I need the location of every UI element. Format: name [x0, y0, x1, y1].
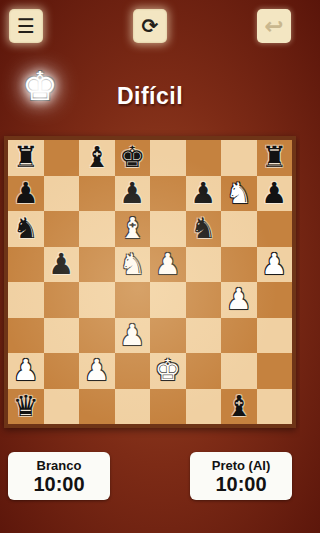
piece-black-bishop[interactable]: ♝	[84, 143, 110, 172]
square-a4[interactable]	[8, 282, 44, 318]
refresh-icon: ⟳	[142, 16, 159, 36]
piece-black-pawn[interactable]: ♟	[190, 179, 216, 208]
square-c3[interactable]	[79, 318, 115, 354]
square-e6[interactable]	[150, 211, 186, 247]
square-a8[interactable]: ♜	[8, 140, 44, 176]
square-f2[interactable]	[186, 353, 222, 389]
piece-black-rook[interactable]: ♜	[261, 143, 287, 172]
square-d2[interactable]	[115, 353, 151, 389]
square-d7[interactable]: ♟	[115, 176, 151, 212]
square-e8[interactable]	[150, 140, 186, 176]
square-f4[interactable]	[186, 282, 222, 318]
square-b7[interactable]	[44, 176, 80, 212]
square-a7[interactable]: ♟	[8, 176, 44, 212]
undo-button[interactable]: ↩	[257, 9, 291, 43]
square-e4[interactable]	[150, 282, 186, 318]
piece-black-queen[interactable]: ♛	[13, 392, 39, 421]
piece-white-king[interactable]: ♚	[155, 356, 181, 385]
square-g3[interactable]	[221, 318, 257, 354]
square-d4[interactable]	[115, 282, 151, 318]
square-h8[interactable]: ♜	[257, 140, 293, 176]
square-e3[interactable]	[150, 318, 186, 354]
piece-black-knight[interactable]: ♞	[190, 214, 216, 243]
square-b2[interactable]	[44, 353, 80, 389]
square-a2[interactable]: ♟	[8, 353, 44, 389]
square-b1[interactable]	[44, 389, 80, 425]
square-b3[interactable]	[44, 318, 80, 354]
menu-icon: ☰	[17, 16, 35, 36]
square-c1[interactable]	[79, 389, 115, 425]
square-a6[interactable]: ♞	[8, 211, 44, 247]
square-h5[interactable]: ♟	[257, 247, 293, 283]
restart-button[interactable]: ⟳	[133, 9, 167, 43]
chess-board: ♜♝♚♜♟♟♟♞♟♞♝♞♟♞♟♟♟♟♟♟♚♛♝	[8, 140, 292, 424]
square-h7[interactable]: ♟	[257, 176, 293, 212]
square-h6[interactable]	[257, 211, 293, 247]
square-b4[interactable]	[44, 282, 80, 318]
square-g4[interactable]: ♟	[221, 282, 257, 318]
square-g8[interactable]	[221, 140, 257, 176]
square-a3[interactable]	[8, 318, 44, 354]
piece-white-pawn[interactable]: ♟	[119, 321, 145, 350]
square-e1[interactable]	[150, 389, 186, 425]
piece-black-king[interactable]: ♚	[119, 143, 145, 172]
black-clock-label: Preto (AI)	[212, 458, 271, 473]
square-e5[interactable]: ♟	[150, 247, 186, 283]
square-d5[interactable]: ♞	[115, 247, 151, 283]
piece-white-pawn[interactable]: ♟	[84, 356, 110, 385]
piece-white-knight[interactable]: ♞	[226, 179, 252, 208]
piece-white-pawn[interactable]: ♟	[226, 285, 252, 314]
square-c7[interactable]	[79, 176, 115, 212]
piece-black-pawn[interactable]: ♟	[13, 179, 39, 208]
square-g6[interactable]	[221, 211, 257, 247]
square-a1[interactable]: ♛	[8, 389, 44, 425]
square-g2[interactable]	[221, 353, 257, 389]
square-c6[interactable]	[79, 211, 115, 247]
chess-board-frame: ♜♝♚♜♟♟♟♞♟♞♝♞♟♞♟♟♟♟♟♟♚♛♝	[4, 136, 296, 428]
white-clock-label: Branco	[37, 458, 82, 473]
square-h3[interactable]	[257, 318, 293, 354]
square-f6[interactable]: ♞	[186, 211, 222, 247]
difficulty-title: Difícil	[0, 83, 300, 110]
square-f8[interactable]	[186, 140, 222, 176]
piece-white-knight[interactable]: ♞	[119, 250, 145, 279]
square-h2[interactable]	[257, 353, 293, 389]
square-h4[interactable]	[257, 282, 293, 318]
piece-black-pawn[interactable]: ♟	[261, 179, 287, 208]
square-b6[interactable]	[44, 211, 80, 247]
white-clock-card: Branco 10:00	[8, 452, 110, 500]
square-g7[interactable]: ♞	[221, 176, 257, 212]
square-h1[interactable]	[257, 389, 293, 425]
black-clock-time: 10:00	[215, 473, 266, 495]
piece-black-pawn[interactable]: ♟	[119, 179, 145, 208]
white-clock-time: 10:00	[33, 473, 84, 495]
square-d8[interactable]: ♚	[115, 140, 151, 176]
square-g1[interactable]: ♝	[221, 389, 257, 425]
piece-black-bishop[interactable]: ♝	[226, 392, 252, 421]
square-d3[interactable]: ♟	[115, 318, 151, 354]
piece-black-knight[interactable]: ♞	[13, 214, 39, 243]
menu-button[interactable]: ☰	[9, 9, 43, 43]
square-f5[interactable]	[186, 247, 222, 283]
square-b8[interactable]	[44, 140, 80, 176]
piece-white-pawn[interactable]: ♟	[261, 250, 287, 279]
square-e7[interactable]	[150, 176, 186, 212]
piece-white-bishop[interactable]: ♝	[119, 214, 145, 243]
square-c8[interactable]: ♝	[79, 140, 115, 176]
square-c2[interactable]: ♟	[79, 353, 115, 389]
square-f7[interactable]: ♟	[186, 176, 222, 212]
square-e2[interactable]: ♚	[150, 353, 186, 389]
undo-icon: ↩	[264, 15, 283, 38]
square-a5[interactable]	[8, 247, 44, 283]
square-b5[interactable]: ♟	[44, 247, 80, 283]
piece-black-pawn[interactable]: ♟	[48, 250, 74, 279]
piece-white-pawn[interactable]: ♟	[13, 356, 39, 385]
square-c5[interactable]	[79, 247, 115, 283]
black-clock-card: Preto (AI) 10:00	[190, 452, 292, 500]
square-f3[interactable]	[186, 318, 222, 354]
square-d1[interactable]	[115, 389, 151, 425]
square-d6[interactable]: ♝	[115, 211, 151, 247]
square-f1[interactable]	[186, 389, 222, 425]
square-g5[interactable]	[221, 247, 257, 283]
square-c4[interactable]	[79, 282, 115, 318]
piece-white-pawn[interactable]: ♟	[155, 250, 181, 279]
piece-black-rook[interactable]: ♜	[13, 143, 39, 172]
